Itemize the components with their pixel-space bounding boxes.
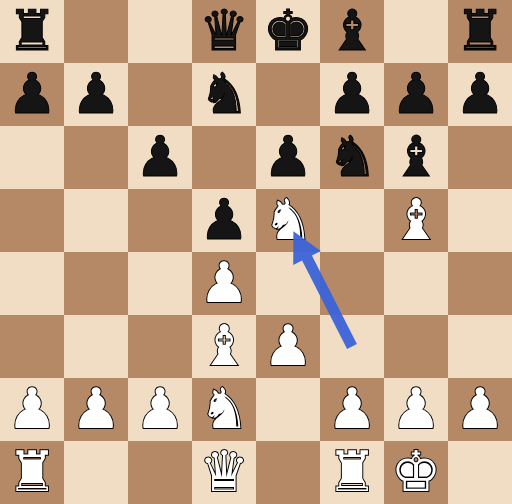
square-b8[interactable] [64,0,128,63]
square-g7[interactable]: ♟ [384,63,448,126]
square-d4[interactable]: ♟ [192,252,256,315]
piece-black-bishop: ♝ [391,125,441,188]
piece-black-rook: ♜ [455,0,505,62]
square-h7[interactable]: ♟ [448,63,512,126]
square-a1[interactable]: ♜ [0,441,64,504]
square-a8[interactable]: ♜ [0,0,64,63]
piece-white-king: ♚ [391,440,441,503]
piece-black-knight: ♞ [199,62,249,125]
square-d1[interactable]: ♛ [192,441,256,504]
square-b2[interactable]: ♟ [64,378,128,441]
square-b4[interactable] [64,252,128,315]
square-f4[interactable] [320,252,384,315]
square-f8[interactable]: ♝ [320,0,384,63]
square-b3[interactable] [64,315,128,378]
square-f1[interactable]: ♜ [320,441,384,504]
piece-black-pawn: ♟ [71,62,121,125]
square-c3[interactable] [128,315,192,378]
square-h8[interactable]: ♜ [448,0,512,63]
piece-black-bishop: ♝ [327,0,377,62]
piece-white-pawn: ♟ [263,314,313,377]
piece-black-pawn: ♟ [135,125,185,188]
square-c2[interactable]: ♟ [128,378,192,441]
square-g1[interactable]: ♚ [384,441,448,504]
square-c1[interactable] [128,441,192,504]
square-d6[interactable] [192,126,256,189]
piece-white-bishop: ♝ [199,314,249,377]
piece-black-rook: ♜ [7,0,57,62]
piece-black-pawn: ♟ [263,125,313,188]
square-e2[interactable] [256,378,320,441]
square-e5[interactable]: ♞ [256,189,320,252]
piece-white-knight: ♞ [199,377,249,440]
square-f2[interactable]: ♟ [320,378,384,441]
piece-white-pawn: ♟ [327,377,377,440]
piece-white-queen: ♛ [199,440,249,503]
square-g6[interactable]: ♝ [384,126,448,189]
square-b7[interactable]: ♟ [64,63,128,126]
piece-white-knight: ♞ [263,188,313,251]
square-f3[interactable] [320,315,384,378]
square-c8[interactable] [128,0,192,63]
square-h6[interactable] [448,126,512,189]
square-e4[interactable] [256,252,320,315]
square-a6[interactable] [0,126,64,189]
square-b1[interactable] [64,441,128,504]
piece-white-pawn: ♟ [391,377,441,440]
chess-board: ♜♛♚♝♜♟♟♞♟♟♟♟♟♞♝♟♞♝♟♝♟♟♟♟♞♟♟♟♜♛♜♚ [0,0,512,504]
board-grid: ♜♛♚♝♜♟♟♞♟♟♟♟♟♞♝♟♞♝♟♝♟♟♟♟♞♟♟♟♜♛♜♚ [0,0,512,504]
piece-black-pawn: ♟ [391,62,441,125]
square-e8[interactable]: ♚ [256,0,320,63]
square-c5[interactable] [128,189,192,252]
square-d8[interactable]: ♛ [192,0,256,63]
piece-black-pawn: ♟ [199,188,249,251]
piece-white-pawn: ♟ [135,377,185,440]
square-c7[interactable] [128,63,192,126]
square-h5[interactable] [448,189,512,252]
square-h1[interactable] [448,441,512,504]
square-b6[interactable] [64,126,128,189]
square-g4[interactable] [384,252,448,315]
square-d7[interactable]: ♞ [192,63,256,126]
piece-black-pawn: ♟ [455,62,505,125]
square-h2[interactable]: ♟ [448,378,512,441]
piece-white-rook: ♜ [327,440,377,503]
square-e1[interactable] [256,441,320,504]
square-a3[interactable] [0,315,64,378]
piece-black-pawn: ♟ [327,62,377,125]
piece-white-rook: ♜ [7,440,57,503]
square-h3[interactable] [448,315,512,378]
piece-black-pawn: ♟ [7,62,57,125]
square-d3[interactable]: ♝ [192,315,256,378]
square-g2[interactable]: ♟ [384,378,448,441]
piece-white-pawn: ♟ [7,377,57,440]
square-e6[interactable]: ♟ [256,126,320,189]
piece-black-king: ♚ [263,0,313,62]
square-a4[interactable] [0,252,64,315]
square-b5[interactable] [64,189,128,252]
square-h4[interactable] [448,252,512,315]
square-f5[interactable] [320,189,384,252]
piece-black-knight: ♞ [327,125,377,188]
square-a2[interactable]: ♟ [0,378,64,441]
square-c6[interactable]: ♟ [128,126,192,189]
square-e7[interactable] [256,63,320,126]
square-d2[interactable]: ♞ [192,378,256,441]
piece-white-pawn: ♟ [71,377,121,440]
piece-white-bishop: ♝ [391,188,441,251]
square-a7[interactable]: ♟ [0,63,64,126]
square-f6[interactable]: ♞ [320,126,384,189]
square-d5[interactable]: ♟ [192,189,256,252]
square-f7[interactable]: ♟ [320,63,384,126]
square-g8[interactable] [384,0,448,63]
square-a5[interactable] [0,189,64,252]
piece-black-queen: ♛ [199,0,249,62]
square-e3[interactable]: ♟ [256,315,320,378]
square-g3[interactable] [384,315,448,378]
square-c4[interactable] [128,252,192,315]
piece-white-pawn: ♟ [455,377,505,440]
piece-white-pawn: ♟ [199,251,249,314]
square-g5[interactable]: ♝ [384,189,448,252]
